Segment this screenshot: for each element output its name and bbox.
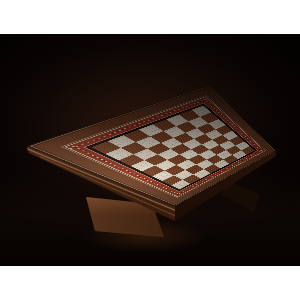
product-photo (0, 0, 300, 300)
photo-area (0, 34, 300, 266)
letterbox-top (0, 0, 300, 34)
letterbox-bottom (0, 266, 300, 300)
